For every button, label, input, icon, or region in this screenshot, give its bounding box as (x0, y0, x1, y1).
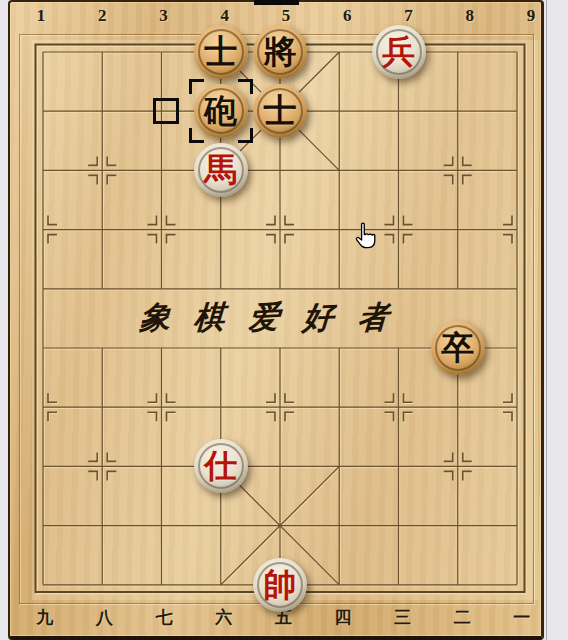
piece-glyph: 馬 (194, 143, 248, 197)
piece-glyph: 士 (253, 84, 307, 138)
river-text-char: 棋 (192, 296, 225, 340)
top-file-label: 2 (98, 6, 107, 26)
river-text-char: 爱 (247, 296, 280, 340)
bottom-file-label: 四 (335, 606, 352, 629)
piece-glyph: 士 (194, 25, 248, 79)
piece-glyph: 將 (253, 25, 307, 79)
piece-black-advisor[interactable]: 士 (194, 25, 248, 79)
piece-glyph: 卒 (431, 321, 485, 375)
top-file-label: 7 (404, 6, 413, 26)
piece-black-cannon[interactable]: 砲 (194, 84, 248, 138)
river-text-char: 象 (138, 296, 171, 340)
river-text-char: 者 (356, 296, 389, 340)
piece-red-general[interactable]: 帥 (253, 558, 307, 612)
top-file-label: 5 (282, 6, 291, 26)
river-text-char: 好 (301, 296, 334, 340)
xiangqi-app: 123456789 九八七六五四三二一 象棋爱好者 士將兵砲士馬卒仕帥 (0, 0, 568, 640)
top-file-label: 9 (527, 6, 536, 26)
piece-glyph: 帥 (253, 558, 307, 612)
bottom-file-label: 二 (454, 606, 471, 629)
piece-glyph: 砲 (194, 84, 248, 138)
top-file-label: 1 (37, 6, 46, 26)
piece-red-advisor[interactable]: 仕 (194, 439, 248, 493)
piece-glyph: 仕 (194, 439, 248, 493)
top-file-label: 8 (466, 6, 475, 26)
top-file-label: 3 (159, 6, 168, 26)
piece-glyph: 兵 (372, 25, 426, 79)
bottom-file-label: 六 (215, 606, 232, 629)
piece-red-soldier[interactable]: 兵 (372, 25, 426, 79)
top-file-label: 4 (221, 6, 230, 26)
piece-black-soldier[interactable]: 卒 (431, 321, 485, 375)
window-top-notch (254, 0, 299, 5)
piece-black-general[interactable]: 將 (253, 25, 307, 79)
bottom-file-label: 九 (37, 606, 54, 629)
bottom-file-label: 七 (156, 606, 173, 629)
bottom-file-label: 八 (96, 606, 113, 629)
piece-black-advisor[interactable]: 士 (253, 84, 307, 138)
window-edge-line (546, 0, 547, 640)
top-file-label: 6 (343, 6, 352, 26)
bottom-file-label: 三 (394, 606, 411, 629)
last-move-from-marker (153, 98, 179, 124)
piece-red-horse[interactable]: 馬 (194, 143, 248, 197)
bottom-file-label: 一 (513, 606, 530, 629)
